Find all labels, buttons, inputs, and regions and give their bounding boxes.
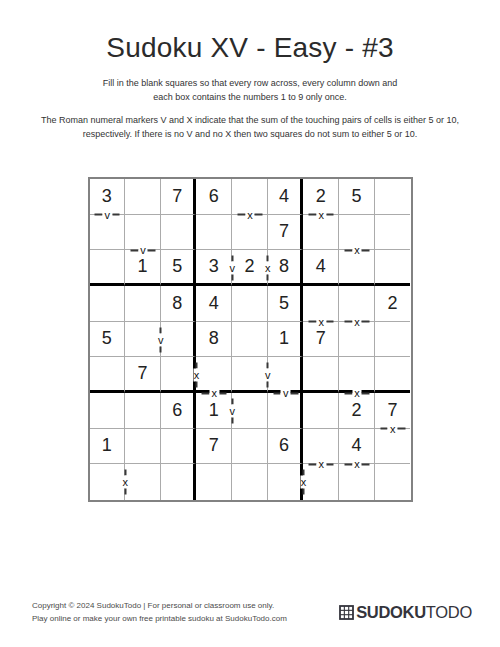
rules-line-2: each box contains the numbers 1 to 9 onl…	[153, 92, 347, 102]
xv-marker-x: X	[380, 422, 405, 435]
board-cell	[90, 357, 126, 393]
board-cell	[303, 393, 339, 429]
xv-marker-x: X	[345, 458, 370, 471]
xv-marker-x: X	[190, 363, 203, 388]
xv-marker-v: V	[226, 256, 239, 281]
board-cell: 7	[268, 215, 304, 251]
board-cell	[232, 286, 268, 322]
copyright-line-1: Copyright © 2024 SudokuTodo | For person…	[32, 601, 274, 610]
brand-text: SUDOKUTODO	[356, 603, 472, 622]
board-cell: 4	[303, 250, 339, 286]
board-cell: 5	[161, 250, 197, 286]
xv-marker-x: X	[345, 387, 370, 400]
xv-marker-x: X	[297, 470, 310, 495]
board-cell	[196, 464, 232, 500]
board-cell	[125, 286, 161, 322]
xv-marker-x: X	[345, 315, 370, 328]
board-cell: 7	[125, 357, 161, 393]
board-cell	[161, 429, 197, 465]
sudoku-board: 376425715328484525817761271764VXXVXXXXVX…	[88, 177, 413, 502]
xv-marker-v: V	[154, 327, 167, 352]
xv-marker-x: X	[238, 208, 263, 221]
xv-marker-x: X	[309, 315, 334, 328]
board-cell	[232, 464, 268, 500]
xv-marker-x: X	[261, 256, 274, 281]
xv-marker-v: V	[261, 363, 274, 388]
board-cell	[125, 393, 161, 429]
board-cell: 5	[268, 286, 304, 322]
xv-marker-v: V	[95, 208, 120, 221]
xv-marker-v: V	[273, 387, 298, 400]
xv-rules-line-2: respectively. If there is no V and no X …	[83, 129, 418, 139]
board-cell	[375, 464, 411, 500]
board-cell	[375, 179, 411, 215]
board-cell	[375, 250, 411, 286]
board-cell	[375, 215, 411, 251]
board-cell	[196, 215, 232, 251]
board-cell	[232, 429, 268, 465]
board-cell	[90, 393, 126, 429]
rules-line-1: Fill in the blank squares so that every …	[103, 78, 398, 88]
board-cell: 8	[196, 322, 232, 358]
brand-logo: SUDOKUTODO	[339, 603, 472, 622]
xv-marker-x: X	[119, 470, 132, 495]
footer: Copyright © 2024 SudokuTodo | For person…	[32, 600, 472, 625]
footer-copyright: Copyright © 2024 SudokuTodo | For person…	[32, 600, 287, 625]
board-cell: 4	[196, 286, 232, 322]
board-cell	[90, 250, 126, 286]
board-cell: 5	[90, 322, 126, 358]
brand-text-light: TODO	[426, 603, 472, 621]
brand-text-bold: SUDOKU	[356, 603, 426, 621]
board-cell: 4	[268, 179, 304, 215]
board-cell	[375, 322, 411, 358]
board-cell: 2	[375, 286, 411, 322]
page-title: Sudoku XV - Easy - #3	[0, 32, 500, 64]
board-cell: 7	[196, 429, 232, 465]
board-container: 376425715328484525817761271764VXXVXXXXVX…	[88, 177, 413, 502]
board-cell: 8	[161, 286, 197, 322]
board-cell: 6	[161, 393, 197, 429]
xv-marker-x: X	[202, 387, 227, 400]
copyright-line-2: Play online or make your own free printa…	[32, 614, 287, 623]
board-cell: 6	[196, 179, 232, 215]
board-cell	[303, 357, 339, 393]
board-cell	[90, 286, 126, 322]
sudoku-grid-icon	[339, 605, 354, 620]
board-cell	[375, 357, 411, 393]
rules-text: Fill in the blank squares so that every …	[30, 77, 470, 104]
xv-rules-line-1: The Roman numeral markers V and X indica…	[41, 115, 459, 125]
xv-marker-x: X	[345, 244, 370, 257]
board-cell: 1	[90, 429, 126, 465]
xv-marker-v: V	[131, 244, 156, 257]
xv-marker-v: V	[226, 398, 239, 423]
xv-marker-x: X	[309, 208, 334, 221]
board-cell	[125, 179, 161, 215]
xv-marker-x: X	[309, 458, 334, 471]
board-cell: 7	[161, 179, 197, 215]
board-cell	[161, 464, 197, 500]
board-cell	[232, 322, 268, 358]
board-cell: 6	[268, 429, 304, 465]
board-cell: 1	[268, 322, 304, 358]
board-cell	[161, 215, 197, 251]
board-cell	[125, 429, 161, 465]
xv-rules-text: The Roman numeral markers V and X indica…	[30, 114, 470, 141]
board-cell: 5	[339, 179, 375, 215]
